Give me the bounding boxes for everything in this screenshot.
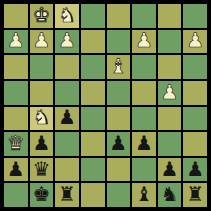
- black-bishop-icon: ♝: [135, 184, 153, 204]
- white-pawn-icon: ♟: [7, 30, 25, 50]
- white-pawn-icon: ♟: [186, 30, 204, 50]
- square-a8[interactable]: ♜: [183, 183, 207, 207]
- square-c3[interactable]: [132, 55, 156, 79]
- square-b1[interactable]: [158, 4, 182, 28]
- white-knight-icon: ♞: [32, 107, 50, 127]
- white-bishop-icon: ♝: [109, 56, 127, 76]
- square-b4[interactable]: ♟: [158, 81, 182, 105]
- square-b7[interactable]: ♟: [158, 158, 182, 182]
- square-f6[interactable]: [55, 132, 79, 156]
- square-h8[interactable]: [4, 183, 28, 207]
- square-f1[interactable]: ♞: [55, 4, 79, 28]
- square-g1[interactable]: ♚: [30, 4, 54, 28]
- square-h3[interactable]: [4, 55, 28, 79]
- square-g3[interactable]: [30, 55, 54, 79]
- square-b3[interactable]: [158, 55, 182, 79]
- square-b6[interactable]: [158, 132, 182, 156]
- square-d8[interactable]: [107, 183, 131, 207]
- square-f7[interactable]: [55, 158, 79, 182]
- square-a2[interactable]: ♟: [183, 30, 207, 54]
- square-f8[interactable]: ♜: [55, 183, 79, 207]
- square-a1[interactable]: [183, 4, 207, 28]
- square-h1[interactable]: [4, 4, 28, 28]
- square-g4[interactable]: [30, 81, 54, 105]
- black-pawn-icon: ♟: [161, 159, 179, 179]
- square-c2[interactable]: ♟: [132, 30, 156, 54]
- square-h2[interactable]: ♟: [4, 30, 28, 54]
- square-d7[interactable]: [107, 158, 131, 182]
- white-pawn-icon: ♟: [161, 82, 179, 102]
- square-d1[interactable]: [107, 4, 131, 28]
- white-king-icon: ♚: [32, 5, 50, 25]
- black-rook-icon: ♜: [58, 184, 76, 204]
- square-g6[interactable]: ♟: [30, 132, 54, 156]
- white-knight-icon: ♞: [58, 5, 76, 25]
- square-a4[interactable]: [183, 81, 207, 105]
- black-knight-icon: ♞: [161, 184, 179, 204]
- white-pawn-icon: ♟: [32, 30, 50, 50]
- square-c6[interactable]: ♟: [132, 132, 156, 156]
- black-pawn-icon: ♟: [109, 133, 127, 153]
- square-c8[interactable]: ♝: [132, 183, 156, 207]
- square-e1[interactable]: [81, 4, 105, 28]
- square-a6[interactable]: [183, 132, 207, 156]
- square-e4[interactable]: [81, 81, 105, 105]
- square-c7[interactable]: [132, 158, 156, 182]
- square-a3[interactable]: [183, 55, 207, 79]
- white-queen-icon: ♛: [7, 133, 25, 153]
- square-a7[interactable]: ♟: [183, 158, 207, 182]
- square-d6[interactable]: ♟: [107, 132, 131, 156]
- square-h7[interactable]: ♟: [4, 158, 28, 182]
- square-b8[interactable]: ♞: [158, 183, 182, 207]
- square-e7[interactable]: [81, 158, 105, 182]
- square-f4[interactable]: [55, 81, 79, 105]
- square-e8[interactable]: [81, 183, 105, 207]
- square-h5[interactable]: [4, 107, 28, 131]
- black-queen-icon: ♛: [32, 159, 50, 179]
- square-g5[interactable]: ♞: [30, 107, 54, 131]
- black-rook-icon: ♜: [186, 184, 204, 204]
- square-g8[interactable]: ♚: [30, 183, 54, 207]
- square-e2[interactable]: [81, 30, 105, 54]
- square-e6[interactable]: [81, 132, 105, 156]
- square-e3[interactable]: [81, 55, 105, 79]
- square-f3[interactable]: [55, 55, 79, 79]
- square-d5[interactable]: [107, 107, 131, 131]
- square-e5[interactable]: [81, 107, 105, 131]
- square-f2[interactable]: ♟: [55, 30, 79, 54]
- black-pawn-icon: ♟: [186, 159, 204, 179]
- square-g2[interactable]: ♟: [30, 30, 54, 54]
- square-c5[interactable]: [132, 107, 156, 131]
- square-c4[interactable]: [132, 81, 156, 105]
- square-b2[interactable]: [158, 30, 182, 54]
- square-d4[interactable]: [107, 81, 131, 105]
- black-pawn-icon: ♟: [7, 159, 25, 179]
- black-pawn-icon: ♟: [58, 107, 76, 127]
- square-d2[interactable]: [107, 30, 131, 54]
- white-pawn-icon: ♟: [58, 30, 76, 50]
- square-h6[interactable]: ♛: [4, 132, 28, 156]
- square-f5[interactable]: ♟: [55, 107, 79, 131]
- square-h4[interactable]: [4, 81, 28, 105]
- square-g7[interactable]: ♛: [30, 158, 54, 182]
- square-c1[interactable]: [132, 4, 156, 28]
- chess-board: ♚♞♟♟♟♟♟♝♟♞♟♛♟♟♟♟♛♟♟♚♜♝♞♜: [0, 0, 211, 211]
- square-b5[interactable]: [158, 107, 182, 131]
- white-pawn-icon: ♟: [135, 30, 153, 50]
- black-pawn-icon: ♟: [32, 133, 50, 153]
- square-d3[interactable]: ♝: [107, 55, 131, 79]
- black-pawn-icon: ♟: [135, 133, 153, 153]
- square-a5[interactable]: [183, 107, 207, 131]
- black-king-icon: ♚: [32, 184, 50, 204]
